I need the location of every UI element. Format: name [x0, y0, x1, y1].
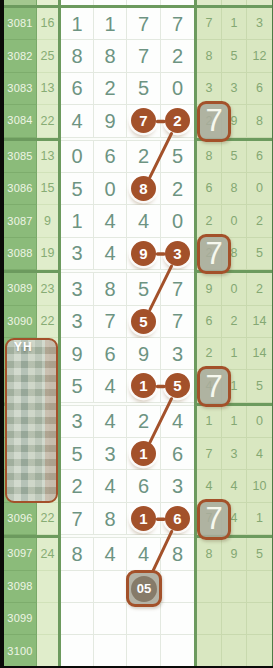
period-cell: 3090 [4, 306, 37, 338]
digit-cell-partial [94, 0, 127, 5]
stat-cell: 3 [247, 8, 272, 40]
digit-cell: 1 [94, 8, 127, 40]
stat-cell-partial [197, 0, 222, 5]
digit-cell: 8 [61, 538, 94, 570]
stat-cell: 0 [222, 205, 247, 237]
stat-cell: 1 [222, 338, 247, 370]
stat-cell [222, 571, 247, 603]
digit-cell: 7 [161, 306, 194, 338]
lottery-trend-screen: 3081161177713308225887285123083136250336… [0, 0, 273, 668]
stat-cell: 1 [247, 503, 272, 535]
stat-cell: 7 [197, 438, 222, 470]
circled-digit: 1 [131, 373, 156, 398]
circled-digit: 6 [165, 506, 190, 531]
digit-cell: 9 [94, 105, 127, 137]
digit-cell: 3 [161, 238, 194, 270]
digit-cell: 1 [61, 8, 94, 40]
digit-cell: 3 [61, 306, 94, 338]
digit-cell: 7 [161, 273, 194, 305]
period-cell-partial [4, 0, 37, 5]
stat-cell: 8 [247, 105, 272, 137]
circled-digit: 5 [131, 309, 156, 334]
period-cell: 3084 [4, 105, 37, 137]
stat-cell: 5 [247, 238, 272, 270]
digit-cell: 3 [61, 238, 94, 270]
stat-cell: 2 [222, 306, 247, 338]
stat-cell: 8 [197, 141, 222, 173]
stat-cell: 0 [247, 173, 272, 205]
circled-digit: 8 [131, 176, 156, 201]
stat-cell: 5 [247, 370, 272, 402]
right-edge-line [272, 0, 273, 668]
digit-cell: 7 [61, 503, 94, 535]
stat-cell: 2 [247, 205, 272, 237]
stat-cell: 8 [197, 538, 222, 570]
sum-cell: 19 [37, 238, 58, 270]
digit-cell: 3 [161, 338, 194, 370]
digit-cell: 6 [94, 141, 127, 173]
digit-cell: 5 [161, 370, 194, 402]
group-separator-mainband [61, 138, 194, 141]
sum-cell: 22 [37, 306, 58, 338]
digit-cell: 4 [127, 205, 161, 237]
watermark-text: YH [14, 340, 33, 354]
stat-cell: 12 [247, 40, 272, 72]
sum-cell: 13 [37, 141, 58, 173]
digit-cell: 2 [127, 141, 161, 173]
digit-cell: 5 [127, 73, 161, 105]
digit-cell: 4 [127, 538, 161, 570]
digit-cell: 2 [94, 73, 127, 105]
digit-cell: 3 [94, 438, 127, 470]
stat-cell: 2 [247, 273, 272, 305]
digit-cell: 6 [94, 338, 127, 370]
stat-cell: 2 [197, 205, 222, 237]
period-cell: 3100 [4, 635, 37, 667]
sum-cell [37, 603, 58, 635]
stat-cell [247, 603, 272, 635]
digit-cell: 0 [94, 173, 127, 205]
circled-digit: 1 [131, 506, 156, 531]
stat-cell: 6 [197, 306, 222, 338]
digit-cell [94, 571, 127, 603]
stat-cell: 6 [197, 173, 222, 205]
highlight-badge-7: 7 [197, 366, 231, 407]
prediction-badge-05: 05 [126, 570, 162, 607]
digit-cell: 8 [127, 173, 161, 205]
stat-cell: 14 [247, 306, 272, 338]
digit-cell: 4 [94, 205, 127, 237]
period-cell: 3088 [4, 238, 37, 270]
digit-cell: 5 [61, 173, 94, 205]
digit-cell: 7 [127, 40, 161, 72]
digit-cell: 1 [127, 503, 161, 535]
digit-cell: 3 [61, 406, 94, 438]
stat-cell [222, 603, 247, 635]
circled-digit: 5 [165, 373, 190, 398]
stat-cell: 14 [247, 338, 272, 370]
digit-cell [127, 603, 161, 635]
digit-cell: 4 [94, 538, 127, 570]
stat-cell: 3 [222, 73, 247, 105]
circled-digit: 2 [165, 108, 190, 133]
trend-grid: 3081161177713308225887285123083136250336… [4, 0, 272, 668]
group-separator-mainband [61, 270, 194, 273]
digit-cell: 1 [127, 438, 161, 470]
digit-cell-partial [61, 0, 94, 5]
highlight-badge-7: 7 [197, 234, 231, 275]
sum-cell: 25 [37, 40, 58, 72]
digit-cell: 2 [127, 406, 161, 438]
circled-digit: 1 [131, 441, 156, 466]
digit-cell: 2 [61, 470, 94, 502]
circled-digit: 7 [131, 108, 156, 133]
digit-cell: 2 [161, 105, 194, 137]
digit-cell: 6 [161, 503, 194, 535]
stat-cell: 7 [197, 8, 222, 40]
stat-cell [197, 571, 222, 603]
digit-cell: 5 [127, 306, 161, 338]
digit-cell: 2 [161, 40, 194, 72]
digit-cell: 8 [94, 273, 127, 305]
digit-cell: 6 [61, 73, 94, 105]
circled-digit: 9 [131, 241, 156, 266]
stat-cell: 0 [222, 273, 247, 305]
sum-cell: 9 [37, 205, 58, 237]
digit-cell [61, 603, 94, 635]
highlight-badge-7: 7 [197, 499, 231, 540]
sum-cell: 22 [37, 105, 58, 137]
digit-cell: 7 [94, 306, 127, 338]
sum-cell: 16 [37, 8, 58, 40]
period-cell: 3096 [4, 503, 37, 535]
digit-cell [161, 635, 194, 667]
period-cell: 3099 [4, 603, 37, 635]
sum-cell: 22 [37, 503, 58, 535]
digit-cell: 2 [161, 173, 194, 205]
digit-cell: 3 [61, 273, 94, 305]
stat-cell: 6 [247, 73, 272, 105]
prediction-number: 05 [137, 581, 151, 596]
digit-cell: 0 [61, 141, 94, 173]
period-cell: 3082 [4, 40, 37, 72]
digit-cell: 5 [61, 438, 94, 470]
sum-cell-partial [37, 0, 58, 5]
group-separator-mainband [61, 535, 194, 538]
digit-cell: 4 [61, 105, 94, 137]
stat-cell: 4 [222, 470, 247, 502]
digit-cell: 9 [127, 338, 161, 370]
digit-cell: 7 [127, 105, 161, 137]
sum-cell: 13 [37, 73, 58, 105]
digit-cell: 9 [127, 238, 161, 270]
digit-cell: 8 [94, 40, 127, 72]
group-separator-mainband [61, 403, 194, 406]
digit-cell [94, 603, 127, 635]
period-cell: 3083 [4, 73, 37, 105]
stat-cell: 10 [247, 470, 272, 502]
digit-cell [127, 635, 161, 667]
digit-cell: 4 [94, 238, 127, 270]
digit-cell: 5 [161, 141, 194, 173]
digit-cell [61, 635, 94, 667]
sum-cell: 23 [37, 273, 58, 305]
period-cell: 3081 [4, 8, 37, 40]
stat-cell [197, 603, 222, 635]
stat-cell: 5 [222, 141, 247, 173]
stat-cell: 1 [197, 406, 222, 438]
digit-cell: 7 [127, 8, 161, 40]
digit-cell: 8 [94, 503, 127, 535]
stat-cell: 3 [222, 438, 247, 470]
sum-cell: 24 [37, 538, 58, 570]
stat-cell-partial [222, 0, 247, 5]
sum-cell [37, 635, 58, 667]
period-cell: 3097 [4, 538, 37, 570]
digit-cell: 0 [161, 73, 194, 105]
digit-cell: 6 [127, 470, 161, 502]
stat-cell: 5 [222, 40, 247, 72]
circled-digit: 3 [165, 241, 190, 266]
digit-cell: 6 [161, 438, 194, 470]
stat-cell: 1 [222, 406, 247, 438]
digit-cell: 0 [161, 205, 194, 237]
stat-cell: 8 [222, 173, 247, 205]
digit-cell: 4 [94, 370, 127, 402]
digit-cell: 4 [161, 406, 194, 438]
digit-cell: 1 [127, 370, 161, 402]
stat-cell [247, 571, 272, 603]
digit-cell [161, 603, 194, 635]
digit-cell-partial [127, 0, 161, 5]
digit-cell [161, 571, 194, 603]
period-cell: 3087 [4, 205, 37, 237]
digit-cell: 7 [161, 8, 194, 40]
digit-cell: 4 [94, 406, 127, 438]
digit-cell: 1 [61, 205, 94, 237]
stat-cell [247, 635, 272, 667]
digit-cell: 5 [61, 370, 94, 402]
stat-cell: 4 [247, 438, 272, 470]
sum-cell: 15 [37, 173, 58, 205]
period-cell: 3086 [4, 173, 37, 205]
period-cell: 3085 [4, 141, 37, 173]
digit-cell: 5 [127, 273, 161, 305]
digit-cell: 9 [61, 338, 94, 370]
stat-cell: 6 [247, 141, 272, 173]
digit-cell: 3 [161, 470, 194, 502]
stat-cell: 5 [247, 538, 272, 570]
stat-cell: 8 [197, 40, 222, 72]
period-cell: 3089 [4, 273, 37, 305]
stat-cell: 0 [247, 406, 272, 438]
stat-cell-partial [247, 0, 272, 5]
digit-cell [61, 571, 94, 603]
digit-cell [94, 635, 127, 667]
digit-cell-partial [161, 0, 194, 5]
digit-cell: 8 [61, 40, 94, 72]
digit-cell: 4 [94, 470, 127, 502]
period-cell: 3098 [4, 571, 37, 603]
stat-cell: 9 [197, 273, 222, 305]
highlight-badge-7: 7 [197, 101, 231, 142]
stat-cell [222, 635, 247, 667]
stat-cell: 9 [222, 538, 247, 570]
stat-cell [197, 635, 222, 667]
pixelated-watermark-mask: YH [5, 338, 58, 503]
stat-cell: 4 [197, 470, 222, 502]
stat-cell: 1 [222, 8, 247, 40]
digit-cell: 8 [161, 538, 194, 570]
sum-cell [37, 571, 58, 603]
